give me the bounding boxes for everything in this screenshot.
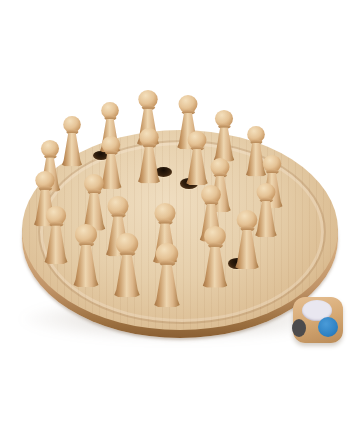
die-face-black-icon (292, 319, 306, 337)
peg-body (136, 146, 162, 183)
peg-body (201, 247, 229, 288)
peg[interactable] (60, 116, 84, 166)
peg[interactable] (71, 224, 101, 287)
peg[interactable] (233, 210, 261, 269)
peg-body (60, 133, 83, 167)
peg-body (112, 254, 142, 297)
peg[interactable] (212, 110, 237, 162)
peg[interactable] (136, 128, 162, 183)
die-face-blue-icon (318, 317, 338, 337)
peg-body (185, 149, 210, 185)
peg[interactable] (112, 233, 143, 297)
peg[interactable] (152, 243, 183, 307)
peg-body (233, 230, 260, 269)
pieces-layer (0, 0, 350, 446)
color-die[interactable] (293, 297, 343, 343)
peg[interactable] (184, 131, 210, 185)
peg-body (152, 264, 182, 307)
peg[interactable] (42, 206, 70, 264)
scene (0, 0, 350, 446)
peg-body (72, 245, 101, 287)
peg-body (43, 225, 70, 264)
peg[interactable] (200, 226, 229, 288)
peg-body (212, 127, 236, 161)
